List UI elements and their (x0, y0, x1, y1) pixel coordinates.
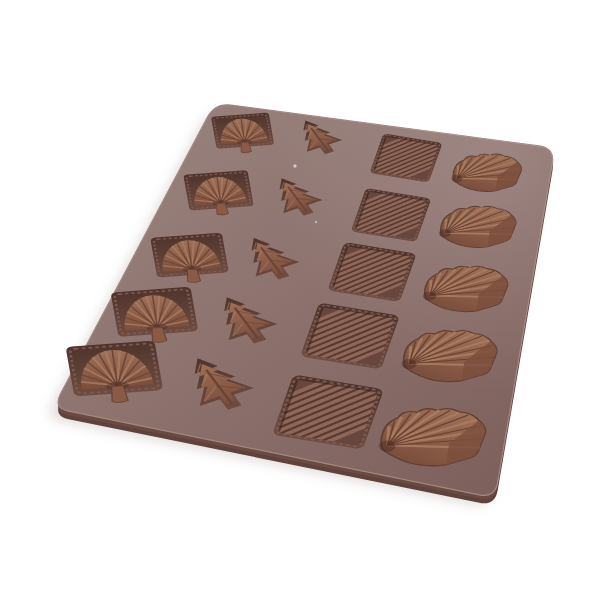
specular-speck (293, 164, 296, 167)
mold-face-sheen (58, 105, 553, 496)
product-photo (0, 0, 600, 600)
specular-speck (315, 221, 317, 223)
mold-slab (0, 0, 600, 600)
